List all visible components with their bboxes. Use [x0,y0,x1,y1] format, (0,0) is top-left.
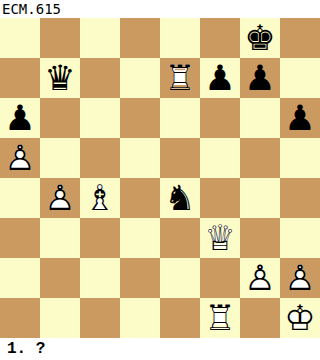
square-b8[interactable] [40,18,80,58]
move-prompt: 1. ? [7,339,45,359]
white-pawn-b4[interactable]: ♟♙ [40,178,80,218]
square-c5[interactable] [80,138,120,178]
square-a7[interactable] [0,58,40,98]
white-rook-f1[interactable]: ♜♖ [200,298,240,338]
square-e6[interactable] [160,98,200,138]
square-h7[interactable] [280,58,320,98]
square-h1[interactable]: ♚♔ [280,298,320,338]
square-d4[interactable] [120,178,160,218]
square-f1[interactable]: ♜♖ [200,298,240,338]
square-h2[interactable]: ♟♙ [280,258,320,298]
white-piece-outline: ♗ [80,178,120,218]
white-piece-outline: ♖ [200,298,240,338]
square-d6[interactable] [120,98,160,138]
square-e1[interactable] [160,298,200,338]
white-piece-outline: ♙ [0,138,40,178]
square-a6[interactable]: ♟ [0,98,40,138]
square-d7[interactable] [120,58,160,98]
square-a1[interactable] [0,298,40,338]
square-f6[interactable] [200,98,240,138]
square-e4[interactable]: ♞ [160,178,200,218]
square-f3[interactable]: ♛♕ [200,218,240,258]
square-d8[interactable] [120,18,160,58]
square-g6[interactable] [240,98,280,138]
square-e7[interactable]: ♜♖ [160,58,200,98]
square-b7[interactable]: ♛ [40,58,80,98]
black-king-g8[interactable]: ♚ [240,18,280,58]
square-e8[interactable] [160,18,200,58]
square-f5[interactable] [200,138,240,178]
square-g4[interactable] [240,178,280,218]
square-g7[interactable]: ♟ [240,58,280,98]
square-d1[interactable] [120,298,160,338]
diagram-title: ECM.615 [2,1,61,18]
white-piece-outline: ♙ [280,258,320,298]
white-piece-outline: ♙ [240,258,280,298]
square-c3[interactable] [80,218,120,258]
square-e3[interactable] [160,218,200,258]
square-d3[interactable] [120,218,160,258]
chess-board: ♚♛♜♖♟♟♟♟♟♙♟♙♝♗♞♛♕♟♙♟♙♜♖♚♔ [0,18,320,338]
white-piece-outline: ♙ [40,178,80,218]
square-a4[interactable] [0,178,40,218]
square-c2[interactable] [80,258,120,298]
square-f2[interactable] [200,258,240,298]
square-a2[interactable] [0,258,40,298]
square-a5[interactable]: ♟♙ [0,138,40,178]
white-rook-e7[interactable]: ♜♖ [160,58,200,98]
white-piece-outline: ♕ [200,218,240,258]
square-h4[interactable] [280,178,320,218]
black-knight-e4[interactable]: ♞ [160,178,200,218]
square-c7[interactable] [80,58,120,98]
white-bishop-c4[interactable]: ♝♗ [80,178,120,218]
white-piece-outline: ♖ [160,58,200,98]
white-pawn-a5[interactable]: ♟♙ [0,138,40,178]
square-d2[interactable] [120,258,160,298]
square-h6[interactable]: ♟ [280,98,320,138]
square-d5[interactable] [120,138,160,178]
square-c8[interactable] [80,18,120,58]
square-g8[interactable]: ♚ [240,18,280,58]
square-h8[interactable] [280,18,320,58]
black-pawn-g7[interactable]: ♟ [240,58,280,98]
square-e2[interactable] [160,258,200,298]
square-a8[interactable] [0,18,40,58]
square-f4[interactable] [200,178,240,218]
square-g1[interactable] [240,298,280,338]
square-b2[interactable] [40,258,80,298]
square-g2[interactable]: ♟♙ [240,258,280,298]
square-f7[interactable]: ♟ [200,58,240,98]
square-c6[interactable] [80,98,120,138]
square-e5[interactable] [160,138,200,178]
square-c1[interactable] [80,298,120,338]
square-c4[interactable]: ♝♗ [80,178,120,218]
white-queen-f3[interactable]: ♛♕ [200,218,240,258]
square-a3[interactable] [0,218,40,258]
white-king-h1[interactable]: ♚♔ [280,298,320,338]
black-pawn-a6[interactable]: ♟ [0,98,40,138]
white-piece-outline: ♔ [280,298,320,338]
black-pawn-h6[interactable]: ♟ [280,98,320,138]
black-queen-b7[interactable]: ♛ [40,58,80,98]
square-b4[interactable]: ♟♙ [40,178,80,218]
square-h5[interactable] [280,138,320,178]
square-h3[interactable] [280,218,320,258]
white-pawn-g2[interactable]: ♟♙ [240,258,280,298]
white-pawn-h2[interactable]: ♟♙ [280,258,320,298]
square-b5[interactable] [40,138,80,178]
square-b3[interactable] [40,218,80,258]
black-pawn-f7[interactable]: ♟ [200,58,240,98]
square-g3[interactable] [240,218,280,258]
square-b6[interactable] [40,98,80,138]
square-f8[interactable] [200,18,240,58]
square-g5[interactable] [240,138,280,178]
square-b1[interactable] [40,298,80,338]
